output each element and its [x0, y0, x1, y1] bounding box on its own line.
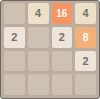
tile-4: 4 [75, 3, 96, 24]
2048-board[interactable]: 4 16 4 2 2 8 2 [0, 0, 100, 99]
empty-cell [28, 27, 49, 48]
tile-2: 2 [52, 27, 73, 48]
tile-4: 4 [28, 3, 49, 24]
tile-8: 8 [75, 27, 96, 48]
empty-cell [28, 74, 49, 95]
tile-2: 2 [75, 51, 96, 72]
empty-cell [28, 51, 49, 72]
empty-cell [4, 3, 25, 24]
empty-cell [75, 74, 96, 95]
empty-cell [4, 74, 25, 95]
empty-cell [52, 74, 73, 95]
tile-2: 2 [4, 27, 25, 48]
empty-cell [52, 51, 73, 72]
tile-16: 16 [52, 3, 73, 24]
empty-cell [4, 51, 25, 72]
